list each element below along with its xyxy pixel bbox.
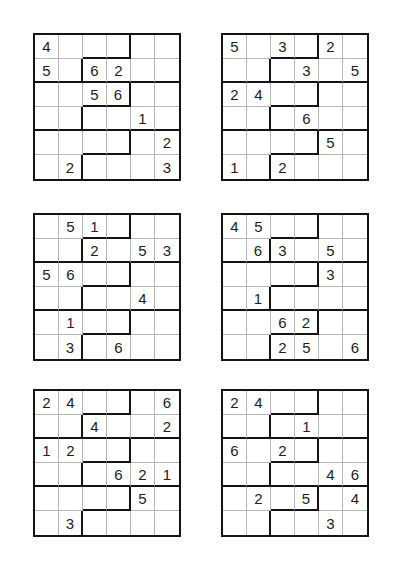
empty-cell[interactable] [223,335,247,359]
empty-cell[interactable] [131,155,155,179]
given-cell: 6 [107,83,131,107]
given-cell: 6 [83,59,107,83]
empty-cell[interactable] [271,263,295,287]
empty-cell[interactable] [131,215,155,239]
empty-cell[interactable] [247,131,271,155]
puzzle-2: 53235246512 [221,33,369,181]
empty-cell[interactable] [59,287,83,311]
empty-cell[interactable] [83,391,107,415]
empty-cell[interactable] [247,415,271,439]
empty-cell[interactable] [131,439,155,463]
empty-cell[interactable] [35,511,59,535]
empty-cell[interactable] [35,415,59,439]
empty-cell[interactable] [35,131,59,155]
empty-cell[interactable] [319,83,343,107]
empty-cell[interactable] [131,335,155,359]
empty-cell[interactable] [107,107,131,131]
empty-cell[interactable] [83,35,107,59]
empty-cell[interactable] [271,131,295,155]
empty-cell[interactable] [343,131,367,155]
given-cell: 5 [59,215,83,239]
empty-cell[interactable] [223,311,247,335]
empty-cell[interactable] [35,463,59,487]
given-cell: 3 [295,59,319,83]
empty-cell[interactable] [107,311,131,335]
given-cell: 1 [131,107,155,131]
empty-cell[interactable] [247,335,271,359]
empty-cell[interactable] [155,215,179,239]
given-cell: 4 [343,487,367,511]
empty-cell[interactable] [319,439,343,463]
empty-cell[interactable] [59,59,83,83]
empty-cell[interactable] [131,131,155,155]
empty-cell[interactable] [319,311,343,335]
empty-cell[interactable] [271,59,295,83]
empty-cell[interactable] [107,511,131,535]
empty-cell[interactable] [131,311,155,335]
given-cell: 5 [319,131,343,155]
empty-cell[interactable] [35,311,59,335]
empty-cell[interactable] [271,287,295,311]
empty-cell[interactable] [155,287,179,311]
empty-cell[interactable] [295,215,319,239]
empty-cell[interactable] [131,263,155,287]
empty-cell[interactable] [271,391,295,415]
empty-cell[interactable] [271,83,295,107]
empty-cell[interactable] [83,439,107,463]
empty-cell[interactable] [83,335,107,359]
empty-cell[interactable] [247,311,271,335]
given-cell: 2 [223,83,247,107]
empty-cell[interactable] [35,287,59,311]
given-cell: 2 [59,155,83,179]
empty-cell[interactable] [295,131,319,155]
empty-cell[interactable] [83,155,107,179]
empty-cell[interactable] [35,83,59,107]
given-cell: 4 [247,391,271,415]
empty-cell[interactable] [83,287,107,311]
given-cell: 5 [131,239,155,263]
given-cell: 2 [247,487,271,511]
empty-cell[interactable] [107,35,131,59]
empty-cell[interactable] [155,311,179,335]
empty-cell[interactable] [155,511,179,535]
given-cell: 4 [83,415,107,439]
empty-cell[interactable] [295,439,319,463]
given-cell: 2 [131,463,155,487]
empty-cell[interactable] [83,107,107,131]
empty-cell[interactable] [295,239,319,263]
empty-cell[interactable] [155,439,179,463]
empty-cell[interactable] [59,239,83,263]
empty-cell[interactable] [59,83,83,107]
empty-cell[interactable] [107,439,131,463]
given-cell: 3 [271,35,295,59]
empty-cell[interactable] [59,415,83,439]
empty-cell[interactable] [155,59,179,83]
empty-cell[interactable] [59,131,83,155]
given-cell: 2 [35,391,59,415]
empty-cell[interactable] [271,415,295,439]
given-cell: 3 [319,263,343,287]
empty-cell[interactable] [319,107,343,131]
given-cell: 1 [247,287,271,311]
given-cell: 6 [155,391,179,415]
empty-cell[interactable] [35,215,59,239]
empty-cell[interactable] [35,487,59,511]
given-cell: 3 [59,511,83,535]
given-cell: 2 [271,439,295,463]
empty-cell[interactable] [223,59,247,83]
given-cell: 2 [319,35,343,59]
given-cell: 4 [247,83,271,107]
empty-cell[interactable] [247,463,271,487]
empty-cell[interactable] [59,35,83,59]
empty-cell[interactable] [343,391,367,415]
given-cell: 4 [131,287,155,311]
empty-cell[interactable] [107,131,131,155]
empty-cell[interactable] [83,511,107,535]
empty-cell[interactable] [155,263,179,287]
empty-cell[interactable] [343,35,367,59]
empty-cell[interactable] [223,511,247,535]
given-cell: 1 [83,215,107,239]
empty-cell[interactable] [247,35,271,59]
empty-cell[interactable] [35,155,59,179]
empty-cell[interactable] [131,83,155,107]
empty-cell[interactable] [247,59,271,83]
empty-cell[interactable] [247,511,271,535]
given-cell: 5 [343,59,367,83]
empty-cell[interactable] [343,215,367,239]
empty-cell[interactable] [107,391,131,415]
given-cell: 2 [271,155,295,179]
empty-cell[interactable] [343,439,367,463]
empty-cell[interactable] [271,511,295,535]
given-cell: 6 [343,335,367,359]
given-cell: 4 [35,35,59,59]
empty-cell[interactable] [343,83,367,107]
given-cell: 5 [131,487,155,511]
given-cell: 5 [295,335,319,359]
given-cell: 4 [319,463,343,487]
empty-cell[interactable] [83,263,107,287]
given-cell: 1 [223,155,247,179]
empty-cell[interactable] [155,107,179,131]
empty-cell[interactable] [343,511,367,535]
empty-cell[interactable] [295,287,319,311]
empty-cell[interactable] [59,487,83,511]
empty-cell[interactable] [83,131,107,155]
empty-cell[interactable] [107,487,131,511]
empty-cell[interactable] [131,59,155,83]
given-cell: 2 [223,391,247,415]
given-cell: 5 [83,83,107,107]
puzzle-6: 24162462543 [221,389,369,537]
empty-cell[interactable] [343,287,367,311]
empty-cell[interactable] [247,439,271,463]
given-cell: 6 [107,335,131,359]
given-cell: 6 [271,311,295,335]
given-cell: 1 [155,463,179,487]
empty-cell[interactable] [131,415,155,439]
empty-cell[interactable] [59,107,83,131]
empty-cell[interactable] [223,287,247,311]
empty-cell[interactable] [343,239,367,263]
given-cell: 2 [155,415,179,439]
empty-cell[interactable] [155,35,179,59]
given-cell: 2 [295,311,319,335]
given-cell: 2 [107,59,131,83]
given-cell: 3 [155,239,179,263]
empty-cell[interactable] [271,215,295,239]
empty-cell[interactable] [319,155,343,179]
empty-cell[interactable] [107,215,131,239]
empty-cell[interactable] [223,263,247,287]
empty-cell[interactable] [59,463,83,487]
empty-cell[interactable] [343,415,367,439]
given-cell: 3 [271,239,295,263]
given-cell: 1 [295,415,319,439]
empty-cell[interactable] [107,263,131,287]
given-cell: 6 [59,263,83,287]
puzzle-5: 246421262153 [33,389,181,537]
given-cell: 4 [223,215,247,239]
empty-cell[interactable] [107,239,131,263]
empty-cell[interactable] [83,463,107,487]
empty-cell[interactable] [271,463,295,487]
given-cell: 6 [295,107,319,131]
given-cell: 2 [59,439,83,463]
empty-cell[interactable] [223,239,247,263]
empty-cell[interactable] [247,263,271,287]
given-cell: 3 [59,335,83,359]
empty-cell[interactable] [343,311,367,335]
empty-cell[interactable] [319,391,343,415]
empty-cell[interactable] [35,107,59,131]
empty-cell[interactable] [83,311,107,335]
empty-cell[interactable] [155,487,179,511]
empty-cell[interactable] [295,511,319,535]
given-cell: 2 [83,239,107,263]
given-cell: 2 [271,335,295,359]
given-cell: 3 [155,155,179,179]
empty-cell[interactable] [107,287,131,311]
empty-cell[interactable] [223,463,247,487]
empty-cell[interactable] [155,83,179,107]
empty-cell[interactable] [83,487,107,511]
given-cell: 6 [223,439,247,463]
empty-cell[interactable] [295,35,319,59]
empty-cell[interactable] [319,335,343,359]
puzzle-1: 4562561223 [33,33,181,181]
given-cell: 4 [59,391,83,415]
given-cell: 2 [155,131,179,155]
empty-cell[interactable] [343,107,367,131]
empty-cell[interactable] [343,263,367,287]
empty-cell[interactable] [35,239,59,263]
empty-cell[interactable] [319,415,343,439]
given-cell: 5 [295,487,319,511]
empty-cell[interactable] [295,263,319,287]
empty-cell[interactable] [35,335,59,359]
empty-cell[interactable] [343,155,367,179]
given-cell: 6 [343,463,367,487]
empty-cell[interactable] [319,59,343,83]
empty-cell[interactable] [223,487,247,511]
given-cell: 6 [107,463,131,487]
empty-cell[interactable] [295,463,319,487]
empty-cell[interactable] [247,155,271,179]
given-cell: 5 [319,239,343,263]
empty-cell[interactable] [155,335,179,359]
empty-cell[interactable] [271,487,295,511]
empty-cell[interactable] [319,215,343,239]
empty-cell[interactable] [131,35,155,59]
puzzle-3: 51253564136 [33,213,181,361]
empty-cell[interactable] [107,415,131,439]
given-cell: 5 [35,263,59,287]
puzzle-4: 456353162256 [221,213,369,361]
empty-cell[interactable] [107,155,131,179]
given-cell: 5 [247,215,271,239]
given-cell: 1 [35,439,59,463]
empty-cell[interactable] [271,107,295,131]
given-cell: 5 [223,35,247,59]
empty-cell[interactable] [223,131,247,155]
empty-cell[interactable] [319,287,343,311]
puzzle-sheet: 4562561223 53235246512 51253564136 45635… [0,0,400,566]
given-cell: 6 [247,239,271,263]
empty-cell[interactable] [295,83,319,107]
empty-cell[interactable] [295,155,319,179]
empty-cell[interactable] [295,391,319,415]
empty-cell[interactable] [223,415,247,439]
given-cell: 3 [319,511,343,535]
empty-cell[interactable] [223,107,247,131]
empty-cell[interactable] [131,511,155,535]
given-cell: 1 [59,311,83,335]
empty-cell[interactable] [319,487,343,511]
empty-cell[interactable] [131,391,155,415]
given-cell: 5 [35,59,59,83]
empty-cell[interactable] [247,107,271,131]
